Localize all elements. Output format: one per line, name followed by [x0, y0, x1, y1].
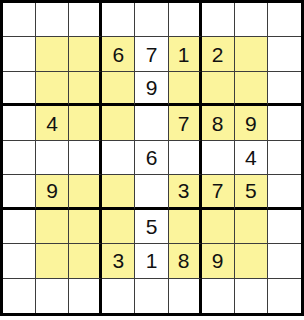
cell-r7c2[interactable] — [36, 210, 69, 244]
cell-r5c4[interactable] — [102, 141, 135, 175]
cell-r6c7[interactable]: 7 — [202, 175, 235, 209]
cell-r9c4[interactable] — [102, 279, 135, 313]
cell-r1c7[interactable] — [202, 3, 235, 37]
cell-r7c8[interactable] — [235, 210, 268, 244]
cell-r2c3[interactable] — [69, 37, 102, 71]
cell-r7c5[interactable]: 5 — [135, 210, 168, 244]
cell-r5c2[interactable] — [36, 141, 69, 175]
cell-r9c3[interactable] — [69, 279, 102, 313]
cell-r1c8[interactable] — [235, 3, 268, 37]
cell-r2c7[interactable]: 2 — [202, 37, 235, 71]
cell-r6c6[interactable]: 3 — [169, 175, 202, 209]
cell-r8c8[interactable] — [235, 244, 268, 278]
cell-r3c6[interactable] — [169, 72, 202, 106]
cell-r5c6[interactable] — [169, 141, 202, 175]
cell-r5c9[interactable] — [268, 141, 301, 175]
cell-r6c5[interactable] — [135, 175, 168, 209]
cell-r9c2[interactable] — [36, 279, 69, 313]
cell-r9c8[interactable] — [235, 279, 268, 313]
cell-r1c2[interactable] — [36, 3, 69, 37]
cell-r3c2[interactable] — [36, 72, 69, 106]
cell-r6c8[interactable]: 5 — [235, 175, 268, 209]
cell-r2c2[interactable] — [36, 37, 69, 71]
cell-r9c9[interactable] — [268, 279, 301, 313]
cell-r8c5[interactable]: 1 — [135, 244, 168, 278]
cell-r5c8[interactable]: 4 — [235, 141, 268, 175]
cell-r4c3[interactable] — [69, 106, 102, 140]
cell-r4c9[interactable] — [268, 106, 301, 140]
sudoku-board: 67129478964937553189 — [0, 0, 304, 316]
cell-r2c1[interactable] — [3, 37, 36, 71]
cell-r3c3[interactable] — [69, 72, 102, 106]
cell-r2c4[interactable]: 6 — [102, 37, 135, 71]
cell-r1c4[interactable] — [102, 3, 135, 37]
cell-r9c7[interactable] — [202, 279, 235, 313]
cell-r3c4[interactable] — [102, 72, 135, 106]
cell-r7c7[interactable] — [202, 210, 235, 244]
cell-r7c6[interactable] — [169, 210, 202, 244]
cell-r6c2[interactable]: 9 — [36, 175, 69, 209]
cell-r9c6[interactable] — [169, 279, 202, 313]
cell-r2c8[interactable] — [235, 37, 268, 71]
cell-r6c3[interactable] — [69, 175, 102, 209]
cell-r5c1[interactable] — [3, 141, 36, 175]
cell-r4c7[interactable]: 8 — [202, 106, 235, 140]
cell-r4c1[interactable] — [3, 106, 36, 140]
cell-r2c6[interactable]: 1 — [169, 37, 202, 71]
cell-r7c9[interactable] — [268, 210, 301, 244]
cell-r4c4[interactable] — [102, 106, 135, 140]
cell-r4c8[interactable]: 9 — [235, 106, 268, 140]
cell-r6c1[interactable] — [3, 175, 36, 209]
cell-r3c9[interactable] — [268, 72, 301, 106]
cell-r8c2[interactable] — [36, 244, 69, 278]
cell-r8c7[interactable]: 9 — [202, 244, 235, 278]
cell-r7c3[interactable] — [69, 210, 102, 244]
cell-r1c1[interactable] — [3, 3, 36, 37]
cell-r8c3[interactable] — [69, 244, 102, 278]
cell-r8c1[interactable] — [3, 244, 36, 278]
cell-r2c9[interactable] — [268, 37, 301, 71]
cell-r1c3[interactable] — [69, 3, 102, 37]
cell-r6c4[interactable] — [102, 175, 135, 209]
cell-r7c1[interactable] — [3, 210, 36, 244]
cell-r3c7[interactable] — [202, 72, 235, 106]
cell-r1c5[interactable] — [135, 3, 168, 37]
cell-r8c4[interactable]: 3 — [102, 244, 135, 278]
cell-r4c6[interactable]: 7 — [169, 106, 202, 140]
cell-r9c5[interactable] — [135, 279, 168, 313]
cell-r6c9[interactable] — [268, 175, 301, 209]
cell-r8c9[interactable] — [268, 244, 301, 278]
cell-r5c7[interactable] — [202, 141, 235, 175]
cell-r3c8[interactable] — [235, 72, 268, 106]
cell-r7c4[interactable] — [102, 210, 135, 244]
cell-r9c1[interactable] — [3, 279, 36, 313]
cell-r1c9[interactable] — [268, 3, 301, 37]
cell-r5c5[interactable]: 6 — [135, 141, 168, 175]
cell-r8c6[interactable]: 8 — [169, 244, 202, 278]
cell-r1c6[interactable] — [169, 3, 202, 37]
cell-r2c5[interactable]: 7 — [135, 37, 168, 71]
cell-r5c3[interactable] — [69, 141, 102, 175]
cell-r3c5[interactable]: 9 — [135, 72, 168, 106]
cell-r4c2[interactable]: 4 — [36, 106, 69, 140]
cell-r4c5[interactable] — [135, 106, 168, 140]
cell-r3c1[interactable] — [3, 72, 36, 106]
